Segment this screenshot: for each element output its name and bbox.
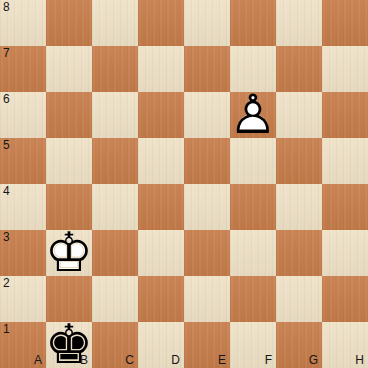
square-d4[interactable] — [138, 184, 184, 230]
rank-label: 4 — [3, 185, 10, 198]
square-b3[interactable]: ♚♔ — [46, 230, 92, 276]
square-h5[interactable] — [322, 138, 368, 184]
square-b1[interactable]: B♚ — [46, 322, 92, 368]
square-e3[interactable] — [184, 230, 230, 276]
square-g5[interactable] — [276, 138, 322, 184]
square-c2[interactable] — [92, 276, 138, 322]
square-a7[interactable]: 7 — [0, 46, 46, 92]
file-label: E — [218, 354, 226, 367]
square-a2[interactable]: 2 — [0, 276, 46, 322]
square-b5[interactable] — [46, 138, 92, 184]
rank-label: 8 — [3, 1, 10, 14]
square-g7[interactable] — [276, 46, 322, 92]
white-pawn[interactable]: ♟♙ — [230, 92, 276, 138]
square-e8[interactable] — [184, 0, 230, 46]
square-b6[interactable] — [46, 92, 92, 138]
file-label: H — [355, 354, 364, 367]
square-f8[interactable] — [230, 0, 276, 46]
file-label: D — [171, 354, 180, 367]
file-label: B — [80, 354, 88, 367]
square-g3[interactable] — [276, 230, 322, 276]
square-d2[interactable] — [138, 276, 184, 322]
white-king-outline-glyph: ♔ — [46, 230, 92, 276]
square-d5[interactable] — [138, 138, 184, 184]
square-f2[interactable] — [230, 276, 276, 322]
square-d1[interactable]: D — [138, 322, 184, 368]
file-label: F — [265, 354, 272, 367]
square-d7[interactable] — [138, 46, 184, 92]
square-d3[interactable] — [138, 230, 184, 276]
square-g4[interactable] — [276, 184, 322, 230]
square-h3[interactable] — [322, 230, 368, 276]
square-b8[interactable] — [46, 0, 92, 46]
square-g2[interactable] — [276, 276, 322, 322]
chess-board: 876♟♙543♚♔21AB♚CDEFGH — [0, 0, 368, 368]
file-label: G — [309, 354, 318, 367]
square-h2[interactable] — [322, 276, 368, 322]
square-g6[interactable] — [276, 92, 322, 138]
square-a3[interactable]: 3 — [0, 230, 46, 276]
square-a4[interactable]: 4 — [0, 184, 46, 230]
rank-label: 5 — [3, 139, 10, 152]
square-f3[interactable] — [230, 230, 276, 276]
rank-label: 7 — [3, 47, 10, 60]
square-c7[interactable] — [92, 46, 138, 92]
square-f4[interactable] — [230, 184, 276, 230]
square-c3[interactable] — [92, 230, 138, 276]
square-e4[interactable] — [184, 184, 230, 230]
square-a5[interactable]: 5 — [0, 138, 46, 184]
rank-label: 1 — [3, 323, 10, 336]
rank-label: 6 — [3, 93, 10, 106]
file-label: C — [125, 354, 134, 367]
square-c5[interactable] — [92, 138, 138, 184]
square-d8[interactable] — [138, 0, 184, 46]
file-label: A — [34, 354, 42, 367]
square-h8[interactable] — [322, 0, 368, 46]
square-e2[interactable] — [184, 276, 230, 322]
square-a6[interactable]: 6 — [0, 92, 46, 138]
square-a1[interactable]: 1A — [0, 322, 46, 368]
square-b7[interactable] — [46, 46, 92, 92]
square-h4[interactable] — [322, 184, 368, 230]
white-king[interactable]: ♚♔ — [46, 230, 92, 276]
square-c8[interactable] — [92, 0, 138, 46]
rank-label: 3 — [3, 231, 10, 244]
square-h6[interactable] — [322, 92, 368, 138]
square-e1[interactable]: E — [184, 322, 230, 368]
square-d6[interactable] — [138, 92, 184, 138]
square-e7[interactable] — [184, 46, 230, 92]
square-h1[interactable]: H — [322, 322, 368, 368]
square-c6[interactable] — [92, 92, 138, 138]
square-e5[interactable] — [184, 138, 230, 184]
square-g1[interactable]: G — [276, 322, 322, 368]
white-pawn-outline-glyph: ♙ — [230, 92, 276, 138]
square-a8[interactable]: 8 — [0, 0, 46, 46]
square-e6[interactable] — [184, 92, 230, 138]
square-c4[interactable] — [92, 184, 138, 230]
square-f1[interactable]: F — [230, 322, 276, 368]
rank-label: 2 — [3, 277, 10, 290]
square-g8[interactable] — [276, 0, 322, 46]
square-c1[interactable]: C — [92, 322, 138, 368]
square-f6[interactable]: ♟♙ — [230, 92, 276, 138]
square-h7[interactable] — [322, 46, 368, 92]
